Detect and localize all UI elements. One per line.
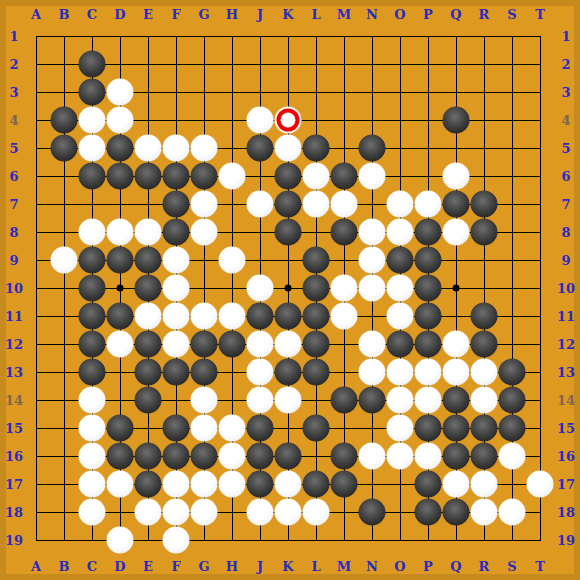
stone-O14: [387, 387, 414, 414]
col-label-top: G: [198, 7, 209, 22]
row-label-right: 6: [561, 169, 570, 184]
stone-E16: [135, 443, 162, 470]
stone-R15: [471, 415, 498, 442]
col-label-top: Q: [450, 7, 461, 22]
stone-N8: [359, 219, 386, 246]
grid-vline: [540, 36, 541, 541]
stone-C6: [79, 163, 106, 190]
stone-E11: [135, 303, 162, 330]
stone-G5: [191, 135, 218, 162]
stone-M8: [331, 219, 358, 246]
col-label-top: L: [311, 7, 320, 22]
stone-C2: [79, 51, 106, 78]
row-label-left: 6: [9, 169, 18, 184]
stone-K13: [275, 359, 302, 386]
stone-C15: [79, 415, 106, 442]
stone-E5: [135, 135, 162, 162]
stone-J7: [247, 191, 274, 218]
col-label-bottom: H: [226, 559, 238, 574]
row-label-left: 12: [5, 337, 23, 352]
stone-F19: [163, 527, 190, 554]
stone-O15: [387, 415, 414, 442]
stone-F18: [163, 499, 190, 526]
stone-F8: [163, 219, 190, 246]
stone-P14: [415, 387, 442, 414]
col-label-top: C: [87, 7, 97, 22]
col-label-top: D: [114, 7, 125, 22]
stone-F11: [163, 303, 190, 330]
col-label-bottom: T: [535, 559, 545, 574]
row-label-right: 13: [557, 365, 575, 380]
stone-D19: [107, 527, 134, 554]
stone-M14: [331, 387, 358, 414]
row-label-right: 5: [561, 141, 570, 156]
stone-G18: [191, 499, 218, 526]
stone-G17: [191, 471, 218, 498]
col-label-top: K: [282, 7, 293, 22]
stone-F7: [163, 191, 190, 218]
col-label-top: B: [59, 7, 70, 22]
stone-P12: [415, 331, 442, 358]
stone-E8: [135, 219, 162, 246]
stone-B9: [51, 247, 78, 274]
row-label-left: 9: [9, 253, 18, 268]
col-label-bottom: B: [59, 559, 70, 574]
col-label-bottom: G: [198, 559, 209, 574]
stone-K7: [275, 191, 302, 218]
stone-O13: [387, 359, 414, 386]
stone-R12: [471, 331, 498, 358]
stone-Q13: [443, 359, 470, 386]
stone-J10: [247, 275, 274, 302]
last-move-marker: [277, 109, 300, 132]
row-label-left: 14: [5, 393, 23, 408]
col-label-bottom: K: [282, 559, 293, 574]
stone-M11: [331, 303, 358, 330]
stone-H16: [219, 443, 246, 470]
col-label-bottom: A: [31, 559, 41, 574]
col-label-bottom: O: [394, 559, 405, 574]
stone-T17: [527, 471, 554, 498]
star-point-K10: [285, 285, 292, 292]
stone-E14: [135, 387, 162, 414]
stone-F5: [163, 135, 190, 162]
stone-C13: [79, 359, 106, 386]
stone-G16: [191, 443, 218, 470]
stone-J14: [247, 387, 274, 414]
stone-D4: [107, 107, 134, 134]
stone-Q18: [443, 499, 470, 526]
stone-M6: [331, 163, 358, 190]
stone-Q12: [443, 331, 470, 358]
col-label-bottom: R: [479, 559, 490, 574]
stone-R11: [471, 303, 498, 330]
stone-L10: [303, 275, 330, 302]
stone-N9: [359, 247, 386, 274]
go-board[interactable]: AA11BB22CC33DD44EE55FF66GG77HH88JJ99KK10…: [0, 0, 580, 580]
stone-G14: [191, 387, 218, 414]
stone-H17: [219, 471, 246, 498]
stone-D15: [107, 415, 134, 442]
stone-P7: [415, 191, 442, 218]
row-label-left: 18: [5, 505, 23, 520]
stone-S13: [499, 359, 526, 386]
stone-G6: [191, 163, 218, 190]
stone-D12: [107, 331, 134, 358]
row-label-left: 3: [9, 85, 18, 100]
stone-K12: [275, 331, 302, 358]
row-label-right: 17: [557, 477, 575, 492]
row-label-left: 1: [9, 29, 18, 44]
stone-O9: [387, 247, 414, 274]
col-label-top: A: [31, 7, 41, 22]
stone-K18: [275, 499, 302, 526]
stone-K16: [275, 443, 302, 470]
stone-N5: [359, 135, 386, 162]
stone-C9: [79, 247, 106, 274]
stone-P13: [415, 359, 442, 386]
row-label-right: 9: [561, 253, 570, 268]
stone-L18: [303, 499, 330, 526]
stone-P8: [415, 219, 442, 246]
stone-J15: [247, 415, 274, 442]
stone-H9: [219, 247, 246, 274]
stone-F10: [163, 275, 190, 302]
stone-P9: [415, 247, 442, 274]
stone-S18: [499, 499, 526, 526]
stone-L5: [303, 135, 330, 162]
stone-L17: [303, 471, 330, 498]
stone-L7: [303, 191, 330, 218]
col-label-top: R: [479, 7, 490, 22]
stone-R17: [471, 471, 498, 498]
stone-F13: [163, 359, 190, 386]
stone-N16: [359, 443, 386, 470]
stone-F17: [163, 471, 190, 498]
star-point-Q10: [453, 285, 460, 292]
col-label-top: F: [171, 7, 180, 22]
stone-L9: [303, 247, 330, 274]
stone-L6: [303, 163, 330, 190]
stone-P10: [415, 275, 442, 302]
col-label-bottom: J: [257, 559, 263, 574]
col-label-top: E: [143, 7, 153, 22]
star-point-D10: [117, 285, 124, 292]
stone-N10: [359, 275, 386, 302]
stone-B4: [51, 107, 78, 134]
stone-Q6: [443, 163, 470, 190]
row-label-right: 15: [557, 421, 575, 436]
stone-D9: [107, 247, 134, 274]
stone-J18: [247, 499, 274, 526]
stone-F12: [163, 331, 190, 358]
stone-N18: [359, 499, 386, 526]
stone-C3: [79, 79, 106, 106]
row-label-right: 8: [561, 225, 570, 240]
stone-D11: [107, 303, 134, 330]
stone-E6: [135, 163, 162, 190]
stone-J11: [247, 303, 274, 330]
stone-K5: [275, 135, 302, 162]
stone-O7: [387, 191, 414, 218]
row-label-right: 18: [557, 505, 575, 520]
stone-C18: [79, 499, 106, 526]
stone-P16: [415, 443, 442, 470]
col-label-bottom: Q: [450, 559, 461, 574]
row-label-right: 7: [561, 197, 570, 212]
stone-D16: [107, 443, 134, 470]
col-label-bottom: P: [423, 559, 433, 574]
stone-S15: [499, 415, 526, 442]
col-label-top: S: [507, 7, 516, 22]
stone-E17: [135, 471, 162, 498]
col-label-top: J: [257, 7, 263, 22]
row-label-left: 19: [5, 533, 23, 548]
stone-E10: [135, 275, 162, 302]
stone-N6: [359, 163, 386, 190]
stone-Q14: [443, 387, 470, 414]
stone-C5: [79, 135, 106, 162]
row-label-left: 15: [5, 421, 23, 436]
stone-K14: [275, 387, 302, 414]
row-label-right: 19: [557, 533, 575, 548]
col-label-bottom: E: [143, 559, 153, 574]
stone-D3: [107, 79, 134, 106]
stone-D5: [107, 135, 134, 162]
stone-Q16: [443, 443, 470, 470]
stone-C12: [79, 331, 106, 358]
stone-M17: [331, 471, 358, 498]
row-label-left: 13: [5, 365, 23, 380]
stone-S16: [499, 443, 526, 470]
stone-H12: [219, 331, 246, 358]
row-label-right: 3: [561, 85, 570, 100]
stone-N13: [359, 359, 386, 386]
row-label-right: 1: [561, 29, 570, 44]
stone-J5: [247, 135, 274, 162]
row-label-left: 2: [9, 57, 18, 72]
row-label-right: 12: [557, 337, 575, 352]
row-label-left: 16: [5, 449, 23, 464]
stone-K17: [275, 471, 302, 498]
stone-D6: [107, 163, 134, 190]
row-label-left: 7: [9, 197, 18, 212]
stone-R14: [471, 387, 498, 414]
stone-O16: [387, 443, 414, 470]
col-label-bottom: N: [366, 559, 378, 574]
stone-J4: [247, 107, 274, 134]
col-label-top: O: [394, 7, 405, 22]
col-label-bottom: F: [171, 559, 180, 574]
stone-L15: [303, 415, 330, 442]
row-label-right: 10: [557, 281, 575, 296]
row-label-left: 4: [9, 113, 18, 128]
stone-E12: [135, 331, 162, 358]
stone-M7: [331, 191, 358, 218]
stone-R18: [471, 499, 498, 526]
col-label-bottom: C: [87, 559, 97, 574]
stone-P18: [415, 499, 442, 526]
stone-D8: [107, 219, 134, 246]
stone-O8: [387, 219, 414, 246]
row-label-left: 10: [5, 281, 23, 296]
row-label-left: 8: [9, 225, 18, 240]
row-label-right: 14: [557, 393, 575, 408]
stone-D17: [107, 471, 134, 498]
stone-O12: [387, 331, 414, 358]
stone-L11: [303, 303, 330, 330]
stone-G11: [191, 303, 218, 330]
stone-C11: [79, 303, 106, 330]
stone-C14: [79, 387, 106, 414]
row-label-left: 5: [9, 141, 18, 156]
stone-G13: [191, 359, 218, 386]
stone-J12: [247, 331, 274, 358]
stone-C8: [79, 219, 106, 246]
stone-K11: [275, 303, 302, 330]
row-label-left: 17: [5, 477, 23, 492]
stone-E13: [135, 359, 162, 386]
stone-R7: [471, 191, 498, 218]
col-label-top: T: [535, 7, 545, 22]
stone-C10: [79, 275, 106, 302]
stone-P17: [415, 471, 442, 498]
row-label-right: 2: [561, 57, 570, 72]
stone-K6: [275, 163, 302, 190]
stone-J16: [247, 443, 274, 470]
stone-H6: [219, 163, 246, 190]
stone-L12: [303, 331, 330, 358]
stone-C16: [79, 443, 106, 470]
col-label-top: H: [226, 7, 238, 22]
stone-C17: [79, 471, 106, 498]
stone-Q15: [443, 415, 470, 442]
stone-P11: [415, 303, 442, 330]
stone-F16: [163, 443, 190, 470]
stone-G7: [191, 191, 218, 218]
stone-O11: [387, 303, 414, 330]
col-label-top: N: [366, 7, 378, 22]
row-label-right: 16: [557, 449, 575, 464]
stone-Q17: [443, 471, 470, 498]
stone-G12: [191, 331, 218, 358]
col-label-bottom: S: [507, 559, 516, 574]
stone-F6: [163, 163, 190, 190]
stone-M16: [331, 443, 358, 470]
stone-Q4: [443, 107, 470, 134]
stone-G8: [191, 219, 218, 246]
stone-M10: [331, 275, 358, 302]
stone-R8: [471, 219, 498, 246]
col-label-bottom: L: [311, 559, 320, 574]
stone-G15: [191, 415, 218, 442]
row-label-right: 4: [561, 113, 570, 128]
stone-Q8: [443, 219, 470, 246]
stone-F9: [163, 247, 190, 274]
stone-N14: [359, 387, 386, 414]
col-label-top: P: [423, 7, 433, 22]
stone-J13: [247, 359, 274, 386]
stone-O10: [387, 275, 414, 302]
stone-L13: [303, 359, 330, 386]
stone-N12: [359, 331, 386, 358]
row-label-right: 11: [557, 309, 575, 324]
col-label-bottom: M: [337, 559, 351, 574]
row-label-left: 11: [5, 309, 23, 324]
stone-H15: [219, 415, 246, 442]
stone-E9: [135, 247, 162, 274]
stone-E18: [135, 499, 162, 526]
stone-H11: [219, 303, 246, 330]
stone-Q7: [443, 191, 470, 218]
stone-P15: [415, 415, 442, 442]
stone-J17: [247, 471, 274, 498]
stone-C4: [79, 107, 106, 134]
stone-F15: [163, 415, 190, 442]
stone-R16: [471, 443, 498, 470]
stone-B5: [51, 135, 78, 162]
col-label-bottom: D: [114, 559, 125, 574]
stone-K8: [275, 219, 302, 246]
stone-S14: [499, 387, 526, 414]
stone-R13: [471, 359, 498, 386]
col-label-top: M: [337, 7, 351, 22]
